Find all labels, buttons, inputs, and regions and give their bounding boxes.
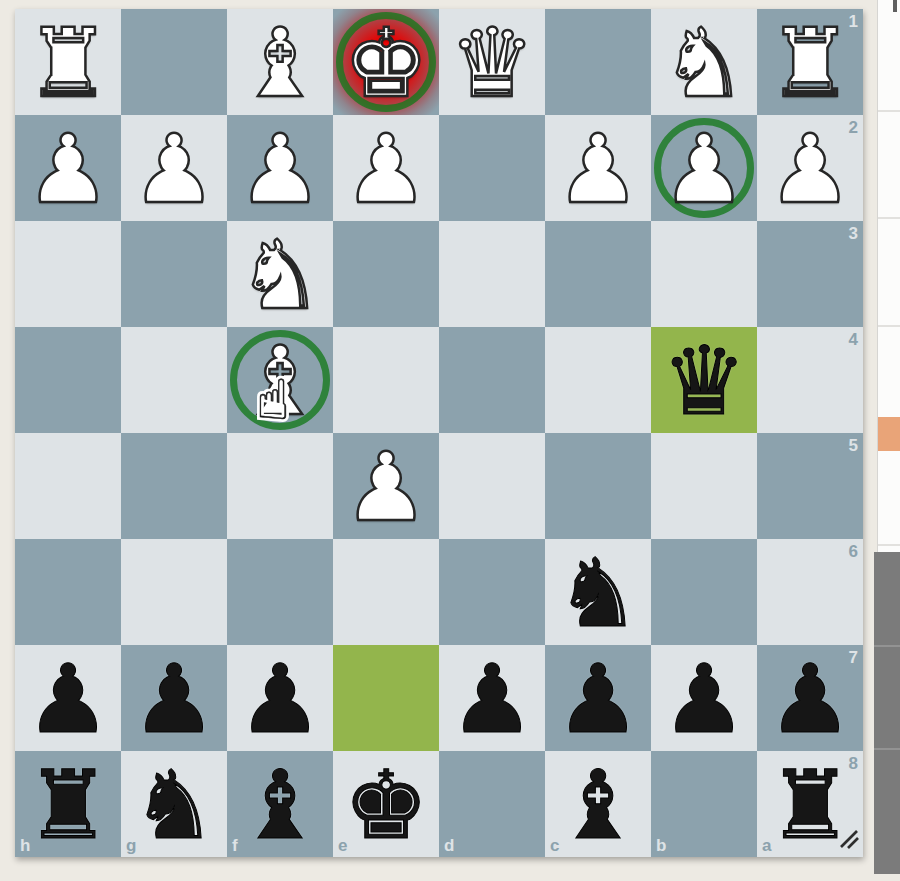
file-label-b: b [656,837,666,854]
scrollbar-fragment [893,0,897,12]
square-f2[interactable]: ♟ [227,115,333,221]
file-label-d: d [444,837,454,854]
square-e2[interactable]: ♟ [333,115,439,221]
square-d3[interactable] [439,221,545,327]
white-pawn-e5[interactable]: ♟ [333,433,439,539]
square-b4[interactable]: ♛ [651,327,757,433]
square-e7[interactable] [333,645,439,751]
square-h8[interactable]: ♜h [15,751,121,857]
square-g5[interactable] [121,433,227,539]
square-c1[interactable] [545,9,651,115]
rank-label-4: 4 [849,331,858,348]
square-d2[interactable] [439,115,545,221]
square-g2[interactable]: ♟ [121,115,227,221]
square-c6[interactable]: ♞ [545,539,651,645]
square-h4[interactable] [15,327,121,433]
rank-label-6: 6 [849,543,858,560]
square-c4[interactable] [545,327,651,433]
black-rook-h8[interactable]: ♜ [15,751,121,857]
white-pawn-c2[interactable]: ♟ [545,115,651,221]
square-d6[interactable] [439,539,545,645]
white-pawn-g2[interactable]: ♟ [121,115,227,221]
white-bishop-f4[interactable]: ♝ [227,327,333,433]
file-label-e: e [338,837,347,854]
white-rook-h1[interactable]: ♜ [15,9,121,115]
square-f3[interactable]: ♞ [227,221,333,327]
square-a4[interactable]: 4 [757,327,863,433]
square-b8[interactable]: b [651,751,757,857]
file-label-h: h [20,837,30,854]
square-f8[interactable]: ♝f [227,751,333,857]
chess-board[interactable]: ♜♝♚♛♞♜1♟♟♟♟♟♟♟2♞3♝♛4♟5♞6♟♟♟♟♟♟♟7♜h♞g♝f♚e… [15,9,863,857]
square-e1[interactable]: ♚ [333,9,439,115]
square-b7[interactable]: ♟ [651,645,757,751]
white-queen-d1[interactable]: ♛ [439,9,545,115]
square-e6[interactable] [333,539,439,645]
square-a5[interactable]: 5 [757,433,863,539]
square-a3[interactable]: 3 [757,221,863,327]
board-resize-handle-icon[interactable] [838,828,860,854]
side-panel-divider [878,325,900,327]
square-b6[interactable] [651,539,757,645]
square-f5[interactable] [227,433,333,539]
gray-section-divider [874,748,900,750]
side-panel-orange-segment [878,417,900,451]
square-g4[interactable] [121,327,227,433]
white-king-e1[interactable]: ♚ [333,9,439,115]
square-c5[interactable] [545,433,651,539]
square-h2[interactable]: ♟ [15,115,121,221]
white-pawn-e2[interactable]: ♟ [333,115,439,221]
rank-label-5: 5 [849,437,858,454]
black-knight-c6[interactable]: ♞ [545,539,651,645]
square-c3[interactable] [545,221,651,327]
square-b2[interactable]: ♟ [651,115,757,221]
square-h7[interactable]: ♟ [15,645,121,751]
square-h6[interactable] [15,539,121,645]
black-knight-g8[interactable]: ♞ [121,751,227,857]
square-g3[interactable] [121,221,227,327]
side-panel-divider [878,217,900,219]
rank-label-8: 8 [849,755,858,772]
square-d4[interactable] [439,327,545,433]
square-c7[interactable]: ♟ [545,645,651,751]
square-d8[interactable]: d [439,751,545,857]
white-pawn-h2[interactable]: ♟ [15,115,121,221]
square-b1[interactable]: ♞ [651,9,757,115]
square-f6[interactable] [227,539,333,645]
black-bishop-c8[interactable]: ♝ [545,751,651,857]
square-d5[interactable] [439,433,545,539]
rank-label-3: 3 [849,225,858,242]
black-bishop-f8[interactable]: ♝ [227,751,333,857]
rank-label-7: 7 [849,649,858,666]
rank-label-2: 2 [849,119,858,136]
file-label-g: g [126,837,136,854]
black-pawn-b7[interactable]: ♟ [651,645,757,751]
square-b3[interactable] [651,221,757,327]
square-h5[interactable] [15,433,121,539]
white-knight-f3[interactable]: ♞ [227,221,333,327]
square-h3[interactable] [15,221,121,327]
black-pawn-f7[interactable]: ♟ [227,645,333,751]
side-panel-divider [878,544,900,546]
square-b5[interactable] [651,433,757,539]
square-a7[interactable]: ♟7 [757,645,863,751]
square-d7[interactable]: ♟ [439,645,545,751]
square-a6[interactable]: 6 [757,539,863,645]
black-queen-b4[interactable]: ♛ [651,327,757,433]
rank-label-1: 1 [849,13,858,30]
square-h1[interactable]: ♜ [15,9,121,115]
square-e4[interactable] [333,327,439,433]
white-rook-a1[interactable]: ♜ [757,9,863,115]
square-a1[interactable]: ♜1 [757,9,863,115]
side-panel-divider [878,110,900,112]
square-c2[interactable]: ♟ [545,115,651,221]
square-a2[interactable]: ♟2 [757,115,863,221]
square-e5[interactable]: ♟ [333,433,439,539]
black-pawn-c7[interactable]: ♟ [545,645,651,751]
black-pawn-d7[interactable]: ♟ [439,645,545,751]
side-panel [877,0,900,552]
square-e3[interactable] [333,221,439,327]
white-pawn-b2[interactable]: ♟ [651,115,757,221]
white-bishop-f1[interactable]: ♝ [227,9,333,115]
black-pawn-a7[interactable]: ♟ [757,645,863,751]
black-king-e8[interactable]: ♚ [333,751,439,857]
square-g7[interactable]: ♟ [121,645,227,751]
square-e8[interactable]: ♚e [333,751,439,857]
square-f4[interactable]: ♝ [227,327,333,433]
square-d1[interactable]: ♛ [439,9,545,115]
white-pawn-f2[interactable]: ♟ [227,115,333,221]
black-pawn-g7[interactable]: ♟ [121,645,227,751]
white-knight-b1[interactable]: ♞ [651,9,757,115]
black-pawn-h7[interactable]: ♟ [15,645,121,751]
lastmove-highlight [333,645,439,751]
white-pawn-a2[interactable]: ♟ [757,115,863,221]
square-g1[interactable] [121,9,227,115]
gray-section-divider [874,645,900,647]
file-label-a: a [762,837,771,854]
file-label-c: c [550,837,559,854]
square-c8[interactable]: ♝c [545,751,651,857]
file-label-f: f [232,837,238,854]
square-g6[interactable] [121,539,227,645]
square-f7[interactable]: ♟ [227,645,333,751]
square-g8[interactable]: ♞g [121,751,227,857]
side-panel-gray-section [874,552,900,874]
square-f1[interactable]: ♝ [227,9,333,115]
